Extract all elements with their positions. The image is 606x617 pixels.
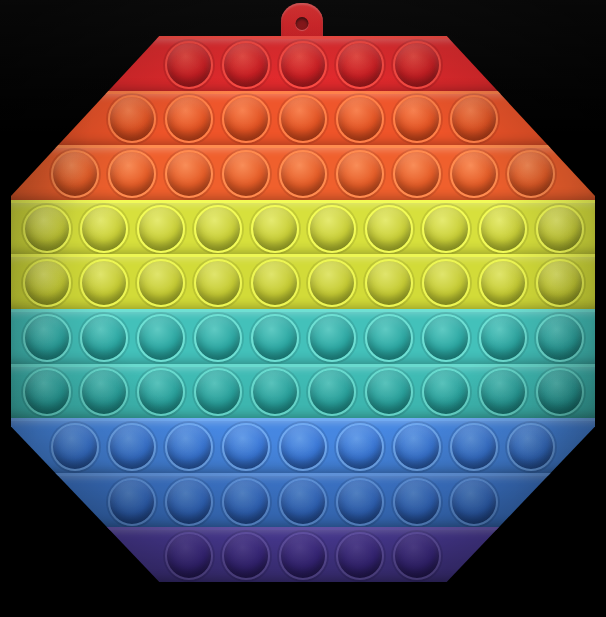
bubble[interactable]	[23, 259, 71, 307]
bubble[interactable]	[422, 314, 470, 362]
bubble[interactable]	[450, 95, 498, 143]
band-6-teal	[11, 309, 595, 364]
bubble[interactable]	[51, 423, 99, 471]
bubble[interactable]	[165, 41, 213, 89]
bubble[interactable]	[479, 314, 527, 362]
bubble[interactable]	[308, 259, 356, 307]
bubble[interactable]	[507, 423, 555, 471]
bubble[interactable]	[165, 95, 213, 143]
bubble[interactable]	[536, 314, 584, 362]
bubble[interactable]	[393, 478, 441, 526]
bubble[interactable]	[450, 423, 498, 471]
bubble[interactable]	[80, 368, 128, 416]
bubble[interactable]	[251, 368, 299, 416]
band-4-yellow	[11, 200, 595, 255]
bubble[interactable]	[222, 41, 270, 89]
bubble[interactable]	[279, 150, 327, 198]
bubble[interactable]	[365, 368, 413, 416]
bubble[interactable]	[365, 314, 413, 362]
bubble[interactable]	[450, 478, 498, 526]
band-1-red	[11, 36, 595, 91]
bubble[interactable]	[279, 41, 327, 89]
bubble[interactable]	[222, 423, 270, 471]
bubble[interactable]	[536, 205, 584, 253]
bubble[interactable]	[251, 205, 299, 253]
bubble[interactable]	[422, 368, 470, 416]
pop-it-toy-photo	[0, 0, 606, 617]
bubble[interactable]	[308, 368, 356, 416]
bubble[interactable]	[308, 205, 356, 253]
bubble[interactable]	[308, 314, 356, 362]
bubble[interactable]	[536, 368, 584, 416]
bubble[interactable]	[479, 368, 527, 416]
bubble[interactable]	[80, 205, 128, 253]
bubble[interactable]	[137, 368, 185, 416]
bubble[interactable]	[165, 150, 213, 198]
band-2-orange	[11, 91, 595, 146]
bubble[interactable]	[507, 150, 555, 198]
bubble[interactable]	[279, 423, 327, 471]
bubble[interactable]	[194, 368, 242, 416]
bubble[interactable]	[23, 314, 71, 362]
bubble[interactable]	[194, 259, 242, 307]
bubble[interactable]	[336, 95, 384, 143]
bubble[interactable]	[137, 259, 185, 307]
bubble[interactable]	[108, 478, 156, 526]
bubble[interactable]	[251, 314, 299, 362]
bubble[interactable]	[23, 368, 71, 416]
band-10-purple	[11, 527, 595, 582]
bubble[interactable]	[194, 314, 242, 362]
band-9-blue	[11, 473, 595, 528]
bubble[interactable]	[393, 423, 441, 471]
band-8-blue	[11, 418, 595, 473]
bubble[interactable]	[393, 150, 441, 198]
bubble[interactable]	[393, 95, 441, 143]
bubble[interactable]	[137, 314, 185, 362]
bubble[interactable]	[108, 423, 156, 471]
bubble[interactable]	[165, 478, 213, 526]
band-5-yellow	[11, 254, 595, 309]
bubble[interactable]	[23, 205, 71, 253]
bubble[interactable]	[194, 205, 242, 253]
bubble[interactable]	[279, 532, 327, 580]
bubble[interactable]	[222, 95, 270, 143]
bubble[interactable]	[365, 205, 413, 253]
bubble[interactable]	[336, 423, 384, 471]
bubble[interactable]	[336, 478, 384, 526]
bubble[interactable]	[165, 423, 213, 471]
bubble[interactable]	[422, 205, 470, 253]
bubble[interactable]	[80, 314, 128, 362]
band-7-teal	[11, 364, 595, 419]
bubble[interactable]	[536, 259, 584, 307]
bubble[interactable]	[365, 259, 413, 307]
bubble[interactable]	[393, 532, 441, 580]
bubble[interactable]	[279, 95, 327, 143]
bubble[interactable]	[393, 41, 441, 89]
bubble[interactable]	[479, 259, 527, 307]
bubble[interactable]	[336, 41, 384, 89]
bubble[interactable]	[479, 205, 527, 253]
bubble[interactable]	[422, 259, 470, 307]
bubble[interactable]	[108, 95, 156, 143]
bubble[interactable]	[108, 150, 156, 198]
bubble[interactable]	[222, 150, 270, 198]
bubble[interactable]	[80, 259, 128, 307]
bubble[interactable]	[51, 150, 99, 198]
band-3-orange	[11, 145, 595, 200]
bubble[interactable]	[222, 478, 270, 526]
bubble[interactable]	[165, 532, 213, 580]
bubble[interactable]	[137, 205, 185, 253]
bubble[interactable]	[279, 478, 327, 526]
bubble[interactable]	[251, 259, 299, 307]
bubble[interactable]	[336, 150, 384, 198]
pop-it-board	[11, 36, 595, 582]
bubble[interactable]	[450, 150, 498, 198]
bubble[interactable]	[336, 532, 384, 580]
bubble[interactable]	[222, 532, 270, 580]
hang-hole	[296, 17, 309, 30]
